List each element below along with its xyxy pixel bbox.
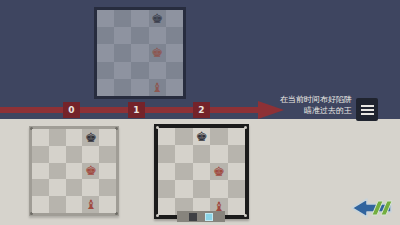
- board-time-0-square-r5c2: [49, 196, 66, 213]
- undo-time-arrow-button[interactable]: [350, 196, 394, 220]
- board-time-0-square-r3c4: ♚: [82, 163, 99, 180]
- board-time-2-square-r1c3[interactable]: ♚: [193, 128, 210, 145]
- hint-caption: 在当前时间布好陷阱 瞄准过去的王: [280, 94, 352, 116]
- red-king-piece: ♚: [85, 164, 97, 177]
- board-time-0-square-r1c1: [32, 129, 49, 146]
- board-time-2-square-r5c1[interactable]: [158, 198, 175, 215]
- board-time-2-square-r2c1[interactable]: [158, 145, 175, 162]
- board-time-2-square-r1c4[interactable]: [210, 128, 227, 145]
- timeline-marker-0[interactable]: 0: [63, 102, 80, 118]
- black-king-piece: ♚: [151, 12, 163, 25]
- board-time-0-square-r3c1: [32, 163, 49, 180]
- board-time-0-square-r1c4: ♚: [82, 129, 99, 146]
- board-time-1-square-r5c4: ♝: [149, 79, 166, 96]
- timeline-marker-2[interactable]: 2: [193, 102, 210, 118]
- board-time-0-square-r4c4: [82, 179, 99, 196]
- board-time-1-square-r4c3: [131, 62, 148, 79]
- board-time-1-square-r2c1: [97, 27, 114, 44]
- board-time-1-square-r2c2: [114, 27, 131, 44]
- chess-board-time-2[interactable]: ♚♚♝: [158, 128, 245, 215]
- board-time-0-square-r3c2: [49, 163, 66, 180]
- hint-line-1: 在当前时间布好陷阱: [280, 94, 352, 105]
- board-time-1-square-r4c4: [149, 62, 166, 79]
- chess-board-time-1: ♚♚♝: [97, 10, 183, 96]
- game-screen: 0 1 2 ♚♚♝ ♚♚♝ ♚♚♝ 在当前时间布好陷阱 瞄准过去的王: [0, 0, 400, 225]
- board-time-1-square-r1c4: ♚: [149, 10, 166, 27]
- board-time-2-square-r4c3[interactable]: [193, 180, 210, 197]
- board-time-0-square-r2c4: [82, 146, 99, 163]
- board-time-1-square-r5c3: [131, 79, 148, 96]
- red-king-piece: ♚: [151, 46, 163, 59]
- board-time-0-square-r2c3: [66, 146, 83, 163]
- dark-token-icon[interactable]: [189, 213, 197, 221]
- menu-bar-line: [361, 109, 374, 111]
- board-time-0-square-r5c5: [99, 196, 116, 213]
- board-time-2-frame-active: ♚♚♝: [154, 124, 249, 219]
- board-time-2-square-r3c4[interactable]: ♚: [210, 163, 227, 180]
- board-time-2-square-r1c1[interactable]: [158, 128, 175, 145]
- board-time-0-square-r5c1: [32, 196, 49, 213]
- board-time-1-square-r4c2: [114, 62, 131, 79]
- board-time-0-square-r1c2: [49, 129, 66, 146]
- menu-bar-line: [361, 105, 374, 107]
- board-time-0-square-r4c1: [32, 179, 49, 196]
- board-time-2-square-r3c3[interactable]: [193, 163, 210, 180]
- board-time-1-square-r3c3: [131, 44, 148, 61]
- board-time-0-square-r4c2: [49, 179, 66, 196]
- black-king-piece: ♚: [85, 131, 97, 144]
- chess-board-time-0: ♚♚♝: [32, 129, 116, 213]
- menu-icon[interactable]: [356, 98, 378, 121]
- board-time-0-square-r2c2: [49, 146, 66, 163]
- board-time-0-square-r3c5: [99, 163, 116, 180]
- board-time-0-square-r3c3: [66, 163, 83, 180]
- board-time-0-square-r4c3: [66, 179, 83, 196]
- board-time-1-square-r3c1: [97, 44, 114, 61]
- board-time-2-square-r3c5[interactable]: [228, 163, 245, 180]
- board-time-1-square-r3c5: [166, 44, 183, 61]
- board-time-0-square-r5c4: ♝: [82, 196, 99, 213]
- board-time-1-square-r5c5: [166, 79, 183, 96]
- piece-tray: [177, 211, 225, 222]
- board-time-2-square-r4c1[interactable]: [158, 180, 175, 197]
- board-time-1-frame: ♚♚♝: [94, 7, 186, 99]
- board-time-2-square-r4c5[interactable]: [228, 180, 245, 197]
- hint-line-2: 瞄准过去的王: [280, 105, 352, 116]
- board-time-1-square-r5c1: [97, 79, 114, 96]
- board-time-2-square-r5c5[interactable]: [228, 198, 245, 215]
- board-time-1-square-r4c5: [166, 62, 183, 79]
- red-bishop-piece: ♝: [151, 81, 163, 94]
- board-time-1-square-r3c2: [114, 44, 131, 61]
- board-time-0-square-r1c3: [66, 129, 83, 146]
- board-time-1-square-r1c5: [166, 10, 183, 27]
- board-time-2-square-r4c4[interactable]: [210, 180, 227, 197]
- board-time-1-square-r1c1: [97, 10, 114, 27]
- red-bishop-piece: ♝: [85, 198, 97, 211]
- board-time-2-square-r1c2[interactable]: [175, 128, 192, 145]
- board-time-2-square-r3c2[interactable]: [175, 163, 192, 180]
- board-time-1-square-r1c3: [131, 10, 148, 27]
- board-time-1-square-r3c4: ♚: [149, 44, 166, 61]
- timeline-marker-1[interactable]: 1: [128, 102, 145, 118]
- board-time-2-square-r2c2[interactable]: [175, 145, 192, 162]
- cyan-token-icon[interactable]: [205, 213, 213, 221]
- board-time-1-square-r2c3: [131, 27, 148, 44]
- board-time-2-square-r1c5[interactable]: [228, 128, 245, 145]
- menu-bar-line: [361, 113, 374, 115]
- board-time-2-square-r2c3[interactable]: [193, 145, 210, 162]
- board-time-1-square-r1c2: [114, 10, 131, 27]
- board-time-1-square-r2c5: [166, 27, 183, 44]
- red-king-piece[interactable]: ♚: [213, 165, 225, 178]
- board-time-0-square-r4c5: [99, 179, 116, 196]
- board-time-1-square-r2c4: [149, 27, 166, 44]
- board-time-0-square-r2c1: [32, 146, 49, 163]
- board-time-2-square-r2c5[interactable]: [228, 145, 245, 162]
- board-time-1-square-r5c2: [114, 79, 131, 96]
- board-time-0-square-r1c5: [99, 129, 116, 146]
- board-time-1-square-r4c1: [97, 62, 114, 79]
- board-time-0-square-r2c5: [99, 146, 116, 163]
- board-time-2-square-r3c1[interactable]: [158, 163, 175, 180]
- black-king-piece[interactable]: ♚: [196, 130, 208, 143]
- board-time-2-square-r4c2[interactable]: [175, 180, 192, 197]
- board-time-2-square-r2c4[interactable]: [210, 145, 227, 162]
- board-time-0-frame: ♚♚♝: [29, 126, 119, 216]
- board-time-0-square-r5c3: [66, 196, 83, 213]
